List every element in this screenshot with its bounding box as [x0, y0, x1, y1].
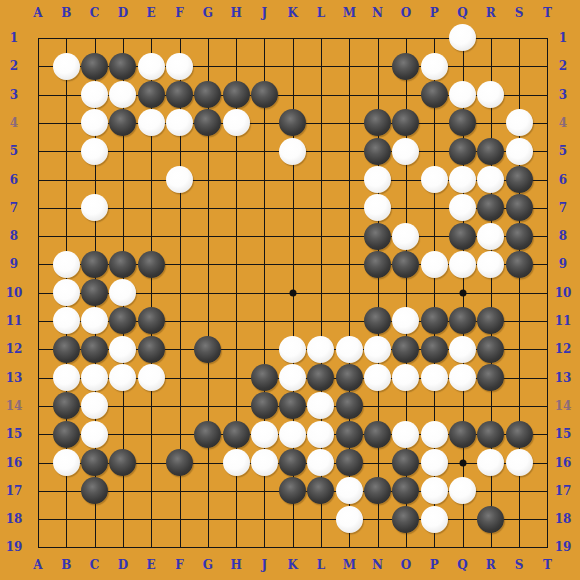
intersection-r15[interactable] [477, 420, 505, 448]
intersection-o4[interactable] [392, 109, 420, 137]
intersection-s1[interactable] [505, 24, 533, 52]
intersection-k18[interactable] [279, 505, 307, 533]
intersection-n5[interactable] [363, 137, 391, 165]
intersection-j18[interactable] [250, 505, 278, 533]
intersection-p11[interactable] [420, 307, 448, 335]
intersection-s9[interactable] [505, 250, 533, 278]
intersection-n4[interactable] [363, 109, 391, 137]
intersection-t18[interactable] [533, 505, 561, 533]
intersection-s17[interactable] [505, 477, 533, 505]
intersection-q4[interactable] [448, 109, 476, 137]
intersection-m7[interactable] [335, 194, 363, 222]
intersection-q6[interactable] [448, 165, 476, 193]
intersection-g1[interactable] [194, 24, 222, 52]
intersection-s13[interactable] [505, 363, 533, 391]
intersection-o5[interactable] [392, 137, 420, 165]
intersection-k4[interactable] [279, 109, 307, 137]
intersection-h19[interactable] [222, 533, 250, 561]
intersection-t1[interactable] [533, 24, 561, 52]
intersection-s14[interactable] [505, 392, 533, 420]
intersection-s16[interactable] [505, 448, 533, 476]
intersection-a3[interactable] [24, 80, 52, 108]
intersection-t14[interactable] [533, 392, 561, 420]
intersection-s19[interactable] [505, 533, 533, 561]
intersection-a8[interactable] [24, 222, 52, 250]
intersection-b10[interactable] [52, 279, 80, 307]
intersection-b5[interactable] [52, 137, 80, 165]
intersection-l12[interactable] [307, 335, 335, 363]
intersection-r1[interactable] [477, 24, 505, 52]
intersection-h14[interactable] [222, 392, 250, 420]
intersection-t19[interactable] [533, 533, 561, 561]
intersection-r4[interactable] [477, 109, 505, 137]
intersection-a17[interactable] [24, 477, 52, 505]
intersection-e14[interactable] [137, 392, 165, 420]
intersection-n19[interactable] [363, 533, 391, 561]
intersection-c8[interactable] [80, 222, 108, 250]
intersection-a14[interactable] [24, 392, 52, 420]
intersection-j19[interactable] [250, 533, 278, 561]
intersection-d3[interactable] [109, 80, 137, 108]
intersection-e4[interactable] [137, 109, 165, 137]
intersection-o2[interactable] [392, 52, 420, 80]
intersection-l19[interactable] [307, 533, 335, 561]
intersection-d15[interactable] [109, 420, 137, 448]
intersection-p16[interactable] [420, 448, 448, 476]
intersection-d6[interactable] [109, 165, 137, 193]
intersection-g18[interactable] [194, 505, 222, 533]
intersection-f8[interactable] [165, 222, 193, 250]
intersection-f17[interactable] [165, 477, 193, 505]
intersection-g17[interactable] [194, 477, 222, 505]
intersection-b8[interactable] [52, 222, 80, 250]
intersection-p6[interactable] [420, 165, 448, 193]
intersection-m19[interactable] [335, 533, 363, 561]
intersection-r7[interactable] [477, 194, 505, 222]
intersection-h13[interactable] [222, 363, 250, 391]
intersection-e6[interactable] [137, 165, 165, 193]
intersection-g14[interactable] [194, 392, 222, 420]
intersection-c11[interactable] [80, 307, 108, 335]
intersection-d9[interactable] [109, 250, 137, 278]
intersection-a16[interactable] [24, 448, 52, 476]
intersection-k13[interactable] [279, 363, 307, 391]
intersection-r19[interactable] [477, 533, 505, 561]
intersection-a19[interactable] [24, 533, 52, 561]
intersection-q9[interactable] [448, 250, 476, 278]
intersection-o7[interactable] [392, 194, 420, 222]
intersection-b4[interactable] [52, 109, 80, 137]
intersection-g8[interactable] [194, 222, 222, 250]
intersection-r17[interactable] [477, 477, 505, 505]
intersection-n3[interactable] [363, 80, 391, 108]
intersection-q2[interactable] [448, 52, 476, 80]
intersection-t3[interactable] [533, 80, 561, 108]
intersection-t7[interactable] [533, 194, 561, 222]
intersection-l1[interactable] [307, 24, 335, 52]
intersection-j2[interactable] [250, 52, 278, 80]
intersection-j6[interactable] [250, 165, 278, 193]
intersection-q7[interactable] [448, 194, 476, 222]
intersection-m16[interactable] [335, 448, 363, 476]
intersection-k14[interactable] [279, 392, 307, 420]
intersection-b7[interactable] [52, 194, 80, 222]
intersection-m3[interactable] [335, 80, 363, 108]
intersection-c16[interactable] [80, 448, 108, 476]
intersection-g3[interactable] [194, 80, 222, 108]
intersection-e7[interactable] [137, 194, 165, 222]
intersection-l11[interactable] [307, 307, 335, 335]
intersection-d7[interactable] [109, 194, 137, 222]
intersection-l17[interactable] [307, 477, 335, 505]
intersection-j14[interactable] [250, 392, 278, 420]
intersection-h8[interactable] [222, 222, 250, 250]
intersection-h1[interactable] [222, 24, 250, 52]
intersection-b3[interactable] [52, 80, 80, 108]
intersection-o8[interactable] [392, 222, 420, 250]
intersection-d13[interactable] [109, 363, 137, 391]
intersection-f7[interactable] [165, 194, 193, 222]
intersection-p18[interactable] [420, 505, 448, 533]
intersection-h18[interactable] [222, 505, 250, 533]
intersection-d2[interactable] [109, 52, 137, 80]
intersection-t12[interactable] [533, 335, 561, 363]
intersection-h3[interactable] [222, 80, 250, 108]
intersection-o3[interactable] [392, 80, 420, 108]
intersection-n7[interactable] [363, 194, 391, 222]
intersection-o11[interactable] [392, 307, 420, 335]
intersection-o16[interactable] [392, 448, 420, 476]
intersection-g11[interactable] [194, 307, 222, 335]
intersection-k10[interactable] [279, 279, 307, 307]
intersection-e13[interactable] [137, 363, 165, 391]
intersection-d11[interactable] [109, 307, 137, 335]
intersection-q5[interactable] [448, 137, 476, 165]
intersection-p10[interactable] [420, 279, 448, 307]
intersection-m12[interactable] [335, 335, 363, 363]
intersection-a4[interactable] [24, 109, 52, 137]
intersection-q1[interactable] [448, 24, 476, 52]
intersection-n9[interactable] [363, 250, 391, 278]
intersection-b1[interactable] [52, 24, 80, 52]
intersection-p13[interactable] [420, 363, 448, 391]
intersection-p15[interactable] [420, 420, 448, 448]
intersection-q12[interactable] [448, 335, 476, 363]
intersection-l15[interactable] [307, 420, 335, 448]
intersection-d8[interactable] [109, 222, 137, 250]
intersection-r8[interactable] [477, 222, 505, 250]
intersection-c12[interactable] [80, 335, 108, 363]
intersection-b2[interactable] [52, 52, 80, 80]
intersection-e16[interactable] [137, 448, 165, 476]
intersection-a18[interactable] [24, 505, 52, 533]
intersection-q19[interactable] [448, 533, 476, 561]
intersection-e15[interactable] [137, 420, 165, 448]
intersection-t16[interactable] [533, 448, 561, 476]
intersection-f12[interactable] [165, 335, 193, 363]
intersection-f14[interactable] [165, 392, 193, 420]
intersection-b12[interactable] [52, 335, 80, 363]
intersection-h5[interactable] [222, 137, 250, 165]
intersection-f11[interactable] [165, 307, 193, 335]
intersection-e5[interactable] [137, 137, 165, 165]
intersection-t11[interactable] [533, 307, 561, 335]
intersection-h6[interactable] [222, 165, 250, 193]
intersection-d14[interactable] [109, 392, 137, 420]
intersection-g12[interactable] [194, 335, 222, 363]
intersection-a7[interactable] [24, 194, 52, 222]
intersection-f19[interactable] [165, 533, 193, 561]
intersection-c13[interactable] [80, 363, 108, 391]
intersection-c17[interactable] [80, 477, 108, 505]
intersection-n1[interactable] [363, 24, 391, 52]
intersection-q11[interactable] [448, 307, 476, 335]
intersection-o17[interactable] [392, 477, 420, 505]
intersection-l14[interactable] [307, 392, 335, 420]
intersection-d12[interactable] [109, 335, 137, 363]
intersection-q16[interactable] [448, 448, 476, 476]
intersection-g19[interactable] [194, 533, 222, 561]
intersection-g2[interactable] [194, 52, 222, 80]
intersection-r13[interactable] [477, 363, 505, 391]
intersection-p19[interactable] [420, 533, 448, 561]
intersection-p1[interactable] [420, 24, 448, 52]
intersection-s5[interactable] [505, 137, 533, 165]
intersection-j13[interactable] [250, 363, 278, 391]
intersection-n17[interactable] [363, 477, 391, 505]
intersection-o15[interactable] [392, 420, 420, 448]
intersection-n16[interactable] [363, 448, 391, 476]
intersection-f13[interactable] [165, 363, 193, 391]
intersection-m8[interactable] [335, 222, 363, 250]
intersection-o6[interactable] [392, 165, 420, 193]
intersection-q8[interactable] [448, 222, 476, 250]
intersection-p4[interactable] [420, 109, 448, 137]
intersection-m17[interactable] [335, 477, 363, 505]
intersection-n8[interactable] [363, 222, 391, 250]
intersection-d17[interactable] [109, 477, 137, 505]
intersection-b14[interactable] [52, 392, 80, 420]
intersection-g5[interactable] [194, 137, 222, 165]
intersection-o12[interactable] [392, 335, 420, 363]
intersection-c9[interactable] [80, 250, 108, 278]
intersection-b17[interactable] [52, 477, 80, 505]
intersection-b6[interactable] [52, 165, 80, 193]
intersection-k11[interactable] [279, 307, 307, 335]
intersection-g9[interactable] [194, 250, 222, 278]
intersection-p5[interactable] [420, 137, 448, 165]
intersection-k5[interactable] [279, 137, 307, 165]
intersection-l4[interactable] [307, 109, 335, 137]
intersection-h12[interactable] [222, 335, 250, 363]
intersection-n12[interactable] [363, 335, 391, 363]
intersection-f9[interactable] [165, 250, 193, 278]
intersection-m2[interactable] [335, 52, 363, 80]
intersection-e1[interactable] [137, 24, 165, 52]
intersection-k7[interactable] [279, 194, 307, 222]
intersection-a12[interactable] [24, 335, 52, 363]
intersection-o19[interactable] [392, 533, 420, 561]
intersection-t8[interactable] [533, 222, 561, 250]
intersection-p3[interactable] [420, 80, 448, 108]
intersection-j12[interactable] [250, 335, 278, 363]
intersection-d5[interactable] [109, 137, 137, 165]
intersection-c18[interactable] [80, 505, 108, 533]
intersection-d1[interactable] [109, 24, 137, 52]
intersection-a2[interactable] [24, 52, 52, 80]
intersection-e17[interactable] [137, 477, 165, 505]
intersection-l10[interactable] [307, 279, 335, 307]
intersection-s18[interactable] [505, 505, 533, 533]
intersection-e10[interactable] [137, 279, 165, 307]
intersection-a13[interactable] [24, 363, 52, 391]
intersection-o18[interactable] [392, 505, 420, 533]
intersection-k6[interactable] [279, 165, 307, 193]
intersection-t2[interactable] [533, 52, 561, 80]
intersection-s7[interactable] [505, 194, 533, 222]
intersection-c1[interactable] [80, 24, 108, 52]
intersection-f3[interactable] [165, 80, 193, 108]
intersection-n6[interactable] [363, 165, 391, 193]
intersection-j17[interactable] [250, 477, 278, 505]
intersection-p7[interactable] [420, 194, 448, 222]
intersection-n11[interactable] [363, 307, 391, 335]
intersection-n10[interactable] [363, 279, 391, 307]
intersection-l13[interactable] [307, 363, 335, 391]
intersection-l6[interactable] [307, 165, 335, 193]
intersection-e18[interactable] [137, 505, 165, 533]
intersection-s8[interactable] [505, 222, 533, 250]
intersection-e9[interactable] [137, 250, 165, 278]
intersection-k15[interactable] [279, 420, 307, 448]
intersection-k1[interactable] [279, 24, 307, 52]
intersection-r2[interactable] [477, 52, 505, 80]
intersection-b18[interactable] [52, 505, 80, 533]
intersection-h7[interactable] [222, 194, 250, 222]
intersection-k16[interactable] [279, 448, 307, 476]
intersection-f2[interactable] [165, 52, 193, 80]
intersection-p9[interactable] [420, 250, 448, 278]
intersection-j11[interactable] [250, 307, 278, 335]
intersection-b9[interactable] [52, 250, 80, 278]
intersection-f6[interactable] [165, 165, 193, 193]
intersection-c5[interactable] [80, 137, 108, 165]
intersection-q14[interactable] [448, 392, 476, 420]
intersection-k17[interactable] [279, 477, 307, 505]
intersection-j4[interactable] [250, 109, 278, 137]
intersection-m11[interactable] [335, 307, 363, 335]
intersection-r3[interactable] [477, 80, 505, 108]
intersection-k2[interactable] [279, 52, 307, 80]
intersection-f16[interactable] [165, 448, 193, 476]
intersection-h9[interactable] [222, 250, 250, 278]
intersection-h16[interactable] [222, 448, 250, 476]
intersection-t5[interactable] [533, 137, 561, 165]
intersection-m1[interactable] [335, 24, 363, 52]
intersection-j15[interactable] [250, 420, 278, 448]
intersection-f15[interactable] [165, 420, 193, 448]
intersection-k3[interactable] [279, 80, 307, 108]
intersection-r10[interactable] [477, 279, 505, 307]
intersection-h4[interactable] [222, 109, 250, 137]
intersection-j7[interactable] [250, 194, 278, 222]
intersection-t15[interactable] [533, 420, 561, 448]
intersection-g16[interactable] [194, 448, 222, 476]
intersection-h10[interactable] [222, 279, 250, 307]
intersection-p2[interactable] [420, 52, 448, 80]
intersection-e19[interactable] [137, 533, 165, 561]
intersection-j9[interactable] [250, 250, 278, 278]
intersection-r11[interactable] [477, 307, 505, 335]
intersection-b19[interactable] [52, 533, 80, 561]
intersection-j16[interactable] [250, 448, 278, 476]
intersection-h15[interactable] [222, 420, 250, 448]
intersection-k9[interactable] [279, 250, 307, 278]
intersection-f10[interactable] [165, 279, 193, 307]
intersection-a10[interactable] [24, 279, 52, 307]
intersection-m10[interactable] [335, 279, 363, 307]
intersection-l9[interactable] [307, 250, 335, 278]
intersection-t9[interactable] [533, 250, 561, 278]
intersection-a1[interactable] [24, 24, 52, 52]
intersection-a5[interactable] [24, 137, 52, 165]
intersection-j3[interactable] [250, 80, 278, 108]
intersection-n14[interactable] [363, 392, 391, 420]
intersection-s6[interactable] [505, 165, 533, 193]
intersection-g15[interactable] [194, 420, 222, 448]
intersection-j1[interactable] [250, 24, 278, 52]
intersection-m5[interactable] [335, 137, 363, 165]
intersection-o10[interactable] [392, 279, 420, 307]
intersection-r14[interactable] [477, 392, 505, 420]
intersection-h11[interactable] [222, 307, 250, 335]
intersection-d4[interactable] [109, 109, 137, 137]
intersection-t4[interactable] [533, 109, 561, 137]
intersection-o9[interactable] [392, 250, 420, 278]
intersection-m14[interactable] [335, 392, 363, 420]
intersection-l3[interactable] [307, 80, 335, 108]
intersection-g10[interactable] [194, 279, 222, 307]
intersection-b15[interactable] [52, 420, 80, 448]
intersection-f1[interactable] [165, 24, 193, 52]
intersection-a15[interactable] [24, 420, 52, 448]
intersection-s2[interactable] [505, 52, 533, 80]
intersection-c2[interactable] [80, 52, 108, 80]
intersection-p12[interactable] [420, 335, 448, 363]
intersection-a6[interactable] [24, 165, 52, 193]
intersection-e11[interactable] [137, 307, 165, 335]
intersection-s10[interactable] [505, 279, 533, 307]
intersection-h2[interactable] [222, 52, 250, 80]
intersection-k12[interactable] [279, 335, 307, 363]
intersection-d16[interactable] [109, 448, 137, 476]
intersection-j10[interactable] [250, 279, 278, 307]
intersection-r12[interactable] [477, 335, 505, 363]
intersection-l7[interactable] [307, 194, 335, 222]
intersection-l16[interactable] [307, 448, 335, 476]
intersection-e12[interactable] [137, 335, 165, 363]
intersection-r16[interactable] [477, 448, 505, 476]
intersection-f4[interactable] [165, 109, 193, 137]
intersection-g4[interactable] [194, 109, 222, 137]
intersection-p14[interactable] [420, 392, 448, 420]
intersection-n2[interactable] [363, 52, 391, 80]
intersection-e2[interactable] [137, 52, 165, 80]
intersection-n15[interactable] [363, 420, 391, 448]
intersection-a11[interactable] [24, 307, 52, 335]
intersection-d19[interactable] [109, 533, 137, 561]
intersection-q15[interactable] [448, 420, 476, 448]
